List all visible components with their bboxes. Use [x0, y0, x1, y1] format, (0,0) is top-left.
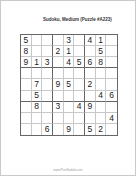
- cell-r4c3: [42, 68, 53, 79]
- cell-r6c9: 6: [106, 91, 117, 102]
- cell-r9c8: 2: [96, 124, 107, 135]
- cell-r1c4: [53, 35, 64, 46]
- cell-r2c7: [85, 46, 96, 57]
- cell-r5c3: [42, 79, 53, 90]
- cell-r5c6: [74, 79, 85, 90]
- cell-r2c3: [42, 46, 53, 57]
- cell-r4c1: [21, 68, 32, 79]
- footer-url: www.PrintSudoku.net: [53, 168, 82, 171]
- cell-r3c1: 9: [21, 57, 32, 68]
- cell-r3c8: 8: [96, 57, 107, 68]
- cell-r5c4: 9: [53, 79, 64, 90]
- cell-r5c9: [106, 79, 117, 90]
- sudoku-board: 5341821591345687952546834946952: [20, 34, 118, 136]
- cell-r9c6: [74, 124, 85, 135]
- cell-r7c4: 3: [53, 102, 64, 113]
- cell-r9c9: [106, 124, 117, 135]
- cell-r1c6: [74, 35, 85, 46]
- page-title-text: Sudoku, Medium (Puzzle #A223): [43, 17, 112, 22]
- cell-r5c7: 2: [85, 79, 96, 90]
- cell-r3c2: 1: [32, 57, 43, 68]
- cell-r2c6: [74, 46, 85, 57]
- cell-r7c7: 9: [85, 102, 96, 113]
- cell-r4c6: [74, 68, 85, 79]
- cell-r6c3: [42, 91, 53, 102]
- cell-r7c5: [64, 102, 75, 113]
- page-title: Sudoku, Medium (Puzzle #A223): [1, 12, 135, 30]
- footer: www.PrintSudoku.net: [1, 162, 135, 176]
- cell-r7c3: [42, 102, 53, 113]
- cell-r8c1: [21, 113, 32, 124]
- cell-r2c5: 1: [64, 46, 75, 57]
- cell-r1c2: [32, 35, 43, 46]
- cell-r7c9: [106, 102, 117, 113]
- cell-r1c1: 5: [21, 35, 32, 46]
- cell-r3c4: [53, 57, 64, 68]
- cell-r2c8: 5: [96, 46, 107, 57]
- cell-r7c2: 8: [32, 102, 43, 113]
- cell-r1c7: 4: [85, 35, 96, 46]
- cell-r3c6: 5: [74, 57, 85, 68]
- cell-r6c5: [64, 91, 75, 102]
- cell-r2c2: [32, 46, 43, 57]
- cell-r8c9: 4: [106, 113, 117, 124]
- cell-r1c9: [106, 35, 117, 46]
- cell-r4c8: [96, 68, 107, 79]
- cell-r8c6: [74, 113, 85, 124]
- cell-r3c3: 3: [42, 57, 53, 68]
- cell-r6c6: [74, 91, 85, 102]
- sudoku-sheet: Sudoku, Medium (Puzzle #A223) 5341821591…: [0, 0, 136, 176]
- cell-r6c7: [85, 91, 96, 102]
- cell-r9c7: 5: [85, 124, 96, 135]
- cell-r5c8: [96, 79, 107, 90]
- cell-r3c9: [106, 57, 117, 68]
- cell-r3c5: 4: [64, 57, 75, 68]
- cell-r4c5: [64, 68, 75, 79]
- cell-r1c8: 1: [96, 35, 107, 46]
- cell-r6c4: [53, 91, 64, 102]
- cell-r7c6: 4: [74, 102, 85, 113]
- cell-r7c1: [21, 102, 32, 113]
- cell-r1c3: [42, 35, 53, 46]
- cell-r9c1: [21, 124, 32, 135]
- cell-r8c4: [53, 113, 64, 124]
- cell-r6c8: 4: [96, 91, 107, 102]
- cell-r5c2: 7: [32, 79, 43, 90]
- cell-r4c9: [106, 68, 117, 79]
- cell-r2c4: 2: [53, 46, 64, 57]
- cell-r8c8: [96, 113, 107, 124]
- cell-r4c7: [85, 68, 96, 79]
- cell-r8c3: [42, 113, 53, 124]
- cell-r6c1: [21, 91, 32, 102]
- cell-r5c5: 5: [64, 79, 75, 90]
- cell-r5c1: [21, 79, 32, 90]
- cell-r2c9: [106, 46, 117, 57]
- cell-r8c7: [85, 113, 96, 124]
- cell-r6c2: 5: [32, 91, 43, 102]
- cell-r9c3: 6: [42, 124, 53, 135]
- cell-r4c4: [53, 68, 64, 79]
- cell-r9c2: [32, 124, 43, 135]
- cell-r2c1: 8: [21, 46, 32, 57]
- cell-r8c5: [64, 113, 75, 124]
- cell-r4c2: [32, 68, 43, 79]
- cell-r1c5: 3: [64, 35, 75, 46]
- cell-r3c7: 6: [85, 57, 96, 68]
- cell-r9c4: [53, 124, 64, 135]
- cell-r8c2: [32, 113, 43, 124]
- cell-r7c8: [96, 102, 107, 113]
- cell-r9c5: 9: [64, 124, 75, 135]
